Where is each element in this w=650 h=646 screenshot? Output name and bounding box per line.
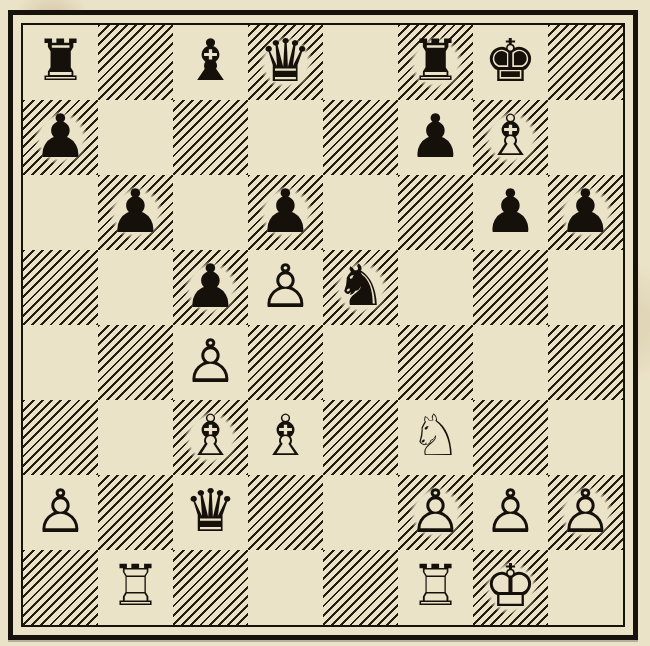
black-queen-glyph-icon: ♛ bbox=[184, 481, 237, 540]
square-c7[interactable] bbox=[173, 100, 248, 175]
square-h4[interactable] bbox=[548, 325, 623, 400]
square-f1[interactable]: ♖ bbox=[398, 550, 473, 625]
square-a8[interactable]: ♜ bbox=[23, 25, 98, 100]
white-bishop-glyph-icon: ♗ bbox=[260, 407, 311, 464]
black-pawn-glyph-icon: ♟ bbox=[559, 181, 613, 241]
square-d2[interactable] bbox=[248, 475, 323, 550]
square-h2[interactable]: ♙ bbox=[548, 475, 623, 550]
square-e6[interactable] bbox=[323, 175, 398, 250]
square-a3[interactable] bbox=[23, 400, 98, 475]
black-knight-glyph-icon: ♞ bbox=[335, 257, 386, 314]
square-g6[interactable]: ♟ bbox=[473, 175, 548, 250]
black-rook-glyph-icon: ♜ bbox=[410, 32, 461, 89]
white-pawn-glyph-icon: ♙ bbox=[484, 481, 538, 541]
square-e5[interactable]: ♞ bbox=[323, 250, 398, 325]
square-g4[interactable] bbox=[473, 325, 548, 400]
square-h7[interactable] bbox=[548, 100, 623, 175]
square-b8[interactable] bbox=[98, 25, 173, 100]
piece-black-queen: ♛ bbox=[252, 29, 320, 97]
piece-black-pawn: ♟ bbox=[27, 104, 95, 172]
square-a2[interactable]: ♙ bbox=[23, 475, 98, 550]
black-bishop-glyph-icon: ♝ bbox=[185, 32, 236, 89]
piece-black-pawn: ♟ bbox=[402, 104, 470, 172]
square-f4[interactable] bbox=[398, 325, 473, 400]
black-pawn-glyph-icon: ♟ bbox=[259, 181, 313, 241]
piece-white-king: ♔ bbox=[477, 554, 545, 622]
square-f6[interactable] bbox=[398, 175, 473, 250]
black-pawn-glyph-icon: ♟ bbox=[409, 106, 463, 166]
piece-black-rook: ♜ bbox=[27, 29, 95, 97]
square-g7[interactable]: ♗ bbox=[473, 100, 548, 175]
square-h1[interactable] bbox=[548, 550, 623, 625]
square-f5[interactable] bbox=[398, 250, 473, 325]
piece-white-knight: ♘ bbox=[402, 404, 470, 472]
piece-black-rook: ♜ bbox=[402, 29, 470, 97]
square-d3[interactable]: ♗ bbox=[248, 400, 323, 475]
black-pawn-glyph-icon: ♟ bbox=[34, 106, 88, 166]
square-e2[interactable] bbox=[323, 475, 398, 550]
piece-black-pawn: ♟ bbox=[552, 179, 620, 247]
piece-black-pawn: ♟ bbox=[102, 179, 170, 247]
square-c2[interactable]: ♛ bbox=[173, 475, 248, 550]
square-b5[interactable] bbox=[98, 250, 173, 325]
piece-white-pawn: ♙ bbox=[477, 479, 545, 547]
piece-white-rook: ♖ bbox=[402, 554, 470, 622]
piece-black-pawn: ♟ bbox=[477, 179, 545, 247]
square-f3[interactable]: ♘ bbox=[398, 400, 473, 475]
square-h6[interactable]: ♟ bbox=[548, 175, 623, 250]
square-h5[interactable] bbox=[548, 250, 623, 325]
square-f7[interactable]: ♟ bbox=[398, 100, 473, 175]
square-d8[interactable]: ♛ bbox=[248, 25, 323, 100]
square-f2[interactable]: ♙ bbox=[398, 475, 473, 550]
piece-black-queen: ♛ bbox=[177, 479, 245, 547]
piece-white-pawn: ♙ bbox=[552, 479, 620, 547]
white-bishop-glyph-icon: ♗ bbox=[485, 107, 536, 164]
square-g2[interactable]: ♙ bbox=[473, 475, 548, 550]
piece-white-rook: ♖ bbox=[102, 554, 170, 622]
square-d5[interactable]: ♙ bbox=[248, 250, 323, 325]
black-pawn-glyph-icon: ♟ bbox=[484, 181, 538, 241]
white-pawn-glyph-icon: ♙ bbox=[259, 256, 313, 316]
piece-black-pawn: ♟ bbox=[252, 179, 320, 247]
square-a7[interactable]: ♟ bbox=[23, 100, 98, 175]
square-g5[interactable] bbox=[473, 250, 548, 325]
piece-white-pawn: ♙ bbox=[402, 479, 470, 547]
piece-black-pawn: ♟ bbox=[177, 254, 245, 322]
black-pawn-glyph-icon: ♟ bbox=[184, 256, 238, 316]
square-d1[interactable] bbox=[248, 550, 323, 625]
square-e7[interactable] bbox=[323, 100, 398, 175]
square-e1[interactable] bbox=[323, 550, 398, 625]
square-e4[interactable] bbox=[323, 325, 398, 400]
black-king-glyph-icon: ♚ bbox=[484, 31, 537, 90]
piece-black-king: ♚ bbox=[477, 29, 545, 97]
square-b2[interactable] bbox=[98, 475, 173, 550]
white-rook-glyph-icon: ♖ bbox=[410, 557, 461, 614]
piece-white-bishop: ♗ bbox=[252, 404, 320, 472]
square-b7[interactable] bbox=[98, 100, 173, 175]
piece-white-bishop: ♗ bbox=[177, 404, 245, 472]
piece-black-bishop: ♝ bbox=[177, 29, 245, 97]
square-a4[interactable] bbox=[23, 325, 98, 400]
square-f8[interactable]: ♜ bbox=[398, 25, 473, 100]
square-b6[interactable]: ♟ bbox=[98, 175, 173, 250]
white-pawn-glyph-icon: ♙ bbox=[184, 331, 238, 391]
white-king-glyph-icon: ♔ bbox=[484, 556, 537, 615]
square-d6[interactable]: ♟ bbox=[248, 175, 323, 250]
piece-white-bishop: ♗ bbox=[477, 104, 545, 172]
square-c1[interactable] bbox=[173, 550, 248, 625]
black-rook-glyph-icon: ♜ bbox=[35, 32, 86, 89]
square-g3[interactable] bbox=[473, 400, 548, 475]
square-b3[interactable] bbox=[98, 400, 173, 475]
chess-board: ♜♝♛♜♚♟♟♗♟♟♟♟♟♙♞♙♗♗♘♙♛♙♙♙♖♖♔ bbox=[21, 23, 625, 627]
square-c6[interactable] bbox=[173, 175, 248, 250]
book-page: ♜♝♛♜♚♟♟♗♟♟♟♟♟♙♞♙♗♗♘♙♛♙♙♙♖♖♔ bbox=[0, 0, 650, 646]
square-a6[interactable] bbox=[23, 175, 98, 250]
square-c5[interactable]: ♟ bbox=[173, 250, 248, 325]
square-a1[interactable] bbox=[23, 550, 98, 625]
square-d4[interactable] bbox=[248, 325, 323, 400]
square-c3[interactable]: ♗ bbox=[173, 400, 248, 475]
white-bishop-glyph-icon: ♗ bbox=[185, 407, 236, 464]
white-knight-glyph-icon: ♘ bbox=[410, 407, 461, 464]
white-pawn-glyph-icon: ♙ bbox=[34, 481, 88, 541]
piece-white-pawn: ♙ bbox=[252, 254, 320, 322]
black-queen-glyph-icon: ♛ bbox=[259, 31, 312, 90]
square-b1[interactable]: ♖ bbox=[98, 550, 173, 625]
black-pawn-glyph-icon: ♟ bbox=[109, 181, 163, 241]
diagram-frame: ♜♝♛♜♚♟♟♗♟♟♟♟♟♙♞♙♗♗♘♙♛♙♙♙♖♖♔ bbox=[8, 10, 638, 640]
piece-white-pawn: ♙ bbox=[27, 479, 95, 547]
white-pawn-glyph-icon: ♙ bbox=[559, 481, 613, 541]
square-e3[interactable] bbox=[323, 400, 398, 475]
square-h8[interactable] bbox=[548, 25, 623, 100]
square-g8[interactable]: ♚ bbox=[473, 25, 548, 100]
piece-black-knight: ♞ bbox=[327, 254, 395, 322]
square-g1[interactable]: ♔ bbox=[473, 550, 548, 625]
square-c4[interactable]: ♙ bbox=[173, 325, 248, 400]
square-h3[interactable] bbox=[548, 400, 623, 475]
piece-white-pawn: ♙ bbox=[177, 329, 245, 397]
white-rook-glyph-icon: ♖ bbox=[110, 557, 161, 614]
square-b4[interactable] bbox=[98, 325, 173, 400]
square-c8[interactable]: ♝ bbox=[173, 25, 248, 100]
square-a5[interactable] bbox=[23, 250, 98, 325]
white-pawn-glyph-icon: ♙ bbox=[409, 481, 463, 541]
square-d7[interactable] bbox=[248, 100, 323, 175]
square-e8[interactable] bbox=[323, 25, 398, 100]
